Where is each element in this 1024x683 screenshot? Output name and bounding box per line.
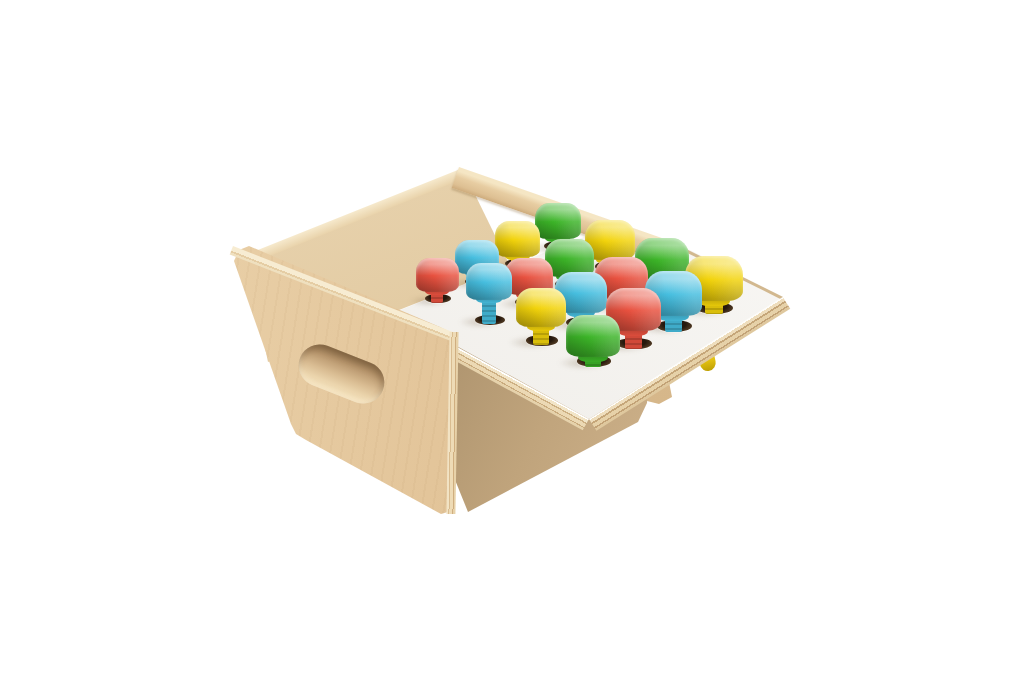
peg-stem — [482, 300, 496, 324]
peg-r4c1-green[interactable] — [560, 315, 626, 379]
peg-cap — [516, 288, 567, 327]
peg-cap — [466, 263, 513, 300]
peg-stem — [533, 328, 548, 345]
peg-cap — [416, 258, 459, 292]
peg-r1c1-red[interactable] — [410, 258, 465, 314]
product-photo-canvas — [0, 0, 1024, 683]
front-panel-right-edge — [446, 332, 458, 514]
peg-cap — [566, 315, 620, 357]
